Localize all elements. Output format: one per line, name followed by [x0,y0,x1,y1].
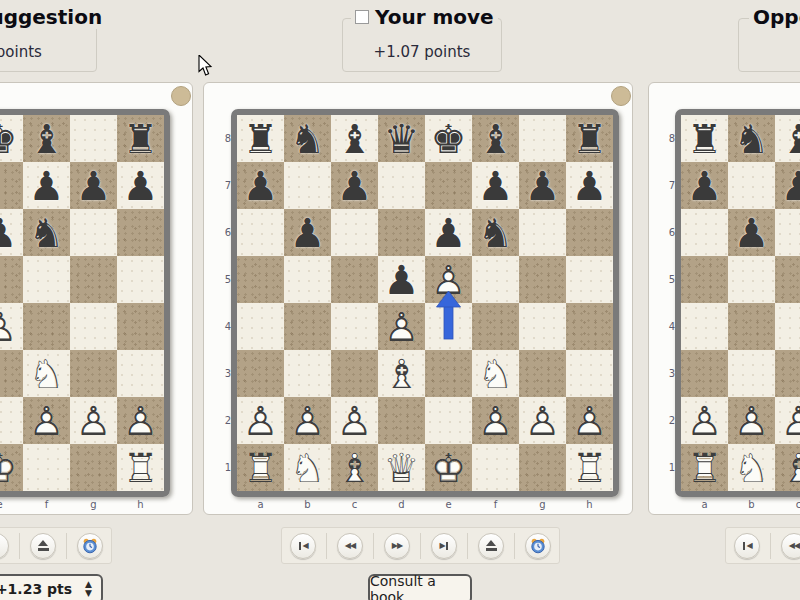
white-pawn-outline: ♙ [237,397,284,444]
square-d4[interactable]: ♟♙ [378,303,425,350]
square-e1[interactable]: ♚♔ [425,444,472,491]
black-knight: ♞ [472,209,519,256]
opponent-panel: 87654321 ♜♞♝♛♚♝♜♟♟♟♟♟♟♟♞♟♟♙♟♙♝♗♞♘♟♙♟♙♟♙♟… [648,82,800,515]
toolbar-separator [514,533,515,559]
square-e5[interactable]: ♟♙ [425,256,472,303]
square-c4[interactable] [775,303,800,350]
square-c3[interactable] [775,350,800,397]
rank-label-8: 8 [659,115,675,162]
white-pawn: ♟ [117,397,164,444]
black-pawn: ♟ [0,209,23,256]
square-c5[interactable] [331,256,378,303]
rank-label-1: 1 [659,444,675,491]
your-move-checkbox[interactable] [355,10,369,24]
square-g5[interactable] [70,256,117,303]
suggestion-points-spinner[interactable]: +1.23 pts ▲▼ [0,574,103,600]
square-h1[interactable]: ♜♖ [566,444,613,491]
black-rook: ♜ [681,115,728,162]
square-b8[interactable]: ♞ [728,115,775,162]
white-rook-outline: ♖ [237,444,284,491]
square-e2[interactable] [425,397,472,444]
white-king: ♚ [0,444,23,491]
square-h6[interactable] [566,209,613,256]
white-king-outline: ♔ [425,444,472,491]
square-c8[interactable]: ♝ [775,115,800,162]
square-b8[interactable]: ♞ [284,115,331,162]
square-b5[interactable] [728,256,775,303]
toolbar-separator [66,533,67,559]
square-h7[interactable]: ♟ [566,162,613,209]
square-e3[interactable] [0,350,23,397]
square-c5[interactable] [775,256,800,303]
square-h2[interactable]: ♟♙ [117,397,164,444]
black-knight: ♞ [284,115,331,162]
black-bishop: ♝ [775,115,800,162]
black-knight: ♞ [728,115,775,162]
rank-label-2: 2 [659,397,675,444]
white-pawn: ♟ [378,303,425,350]
square-a5[interactable] [237,256,284,303]
white-pawn-outline: ♙ [681,397,728,444]
white-bishop-outline: ♗ [378,350,425,397]
eject-button[interactable] [478,533,504,559]
file-label-g: g [70,499,117,513]
rewind-button[interactable]: ◀◀ [781,533,800,559]
square-c8[interactable]: ♝ [331,115,378,162]
file-label-b: b [728,499,775,513]
file-label-b: b [284,499,331,513]
square-b3[interactable] [284,350,331,397]
white-pawn: ♟ [23,397,70,444]
square-c1[interactable]: ♝♗ [331,444,378,491]
black-pawn: ♟ [472,162,519,209]
white-bishop-outline: ♗ [775,444,800,491]
black-queen: ♛ [378,115,425,162]
suggestion-panel: 87654321 ♜♞♝♛♚♝♜♟♟♟♟♟♟♟♞♟♟♙♟♙♝♗♞♘♟♙♟♙♟♙♟… [0,82,193,515]
square-h6[interactable] [117,209,164,256]
square-d3[interactable]: ♝♗ [378,350,425,397]
square-a1[interactable]: ♜♖ [237,444,284,491]
black-pawn: ♟ [775,162,800,209]
square-c6[interactable] [775,209,800,256]
square-e4[interactable] [425,303,472,350]
white-pawn-outline: ♙ [775,397,800,444]
skip-to-start-button[interactable]: ◀ [290,533,316,559]
file-label-h: h [117,499,164,513]
white-king: ♚ [425,444,472,491]
suggestion-legend: Suggestion [0,5,106,29]
file-label-a: a [237,499,284,513]
white-pawn-outline: ♙ [23,397,70,444]
spinner-arrows-icon[interactable]: ▲▼ [85,580,92,598]
square-g1[interactable] [70,444,117,491]
black-pawn: ♟ [519,162,566,209]
square-f3[interactable]: ♞♘ [472,350,519,397]
white-rook: ♜ [117,444,164,491]
your-move-fieldset: Your move +1.07 points [342,18,502,72]
skip-to-end-button[interactable]: ▶ [431,533,457,559]
square-a5[interactable] [681,256,728,303]
file-label-f: f [472,499,519,513]
square-f6[interactable]: ♞ [472,209,519,256]
white-pawn-outline: ♙ [331,397,378,444]
fast-forward-icon: ▶▶ [392,542,402,550]
file-label-a: a [681,499,728,513]
black-pawn: ♟ [23,162,70,209]
square-f2[interactable]: ♟♙ [23,397,70,444]
square-h2[interactable]: ♟♙ [566,397,613,444]
white-pawn: ♟ [775,397,800,444]
square-d2[interactable] [378,397,425,444]
square-a8[interactable]: ♜ [681,115,728,162]
rank-label-5: 5 [215,256,231,303]
square-a3[interactable] [237,350,284,397]
black-bishop: ♝ [331,115,378,162]
square-d7[interactable] [378,162,425,209]
alarm-clock-icon [530,538,546,554]
rank-label-6: 6 [659,209,675,256]
square-a4[interactable] [681,303,728,350]
square-g8[interactable] [70,115,117,162]
skip-to-end-button[interactable]: ▶ [0,533,9,559]
white-knight: ♞ [284,444,331,491]
square-f1[interactable] [472,444,519,491]
square-c2[interactable]: ♟♙ [775,397,800,444]
board-grid: ♜♞♝♛♚♝♜♟♟♟♟♟♟♟♞♟♟♙♟♙♝♗♞♘♟♙♟♙♟♙♟♙♟♙♟♙♜♖♞♘… [681,115,800,491]
square-e6[interactable]: ♟ [0,209,23,256]
square-a7[interactable]: ♟ [237,162,284,209]
square-e4[interactable]: ♟♙ [0,303,23,350]
white-pawn: ♟ [331,397,378,444]
your-move-panel: 87654321 ♜♞♝♛♚♝♜♟♟♟♟♟♟♟♞♟♟♙♟♙♝♗♞♘♟♙♟♙♟♙♟… [203,82,633,515]
timer-button[interactable] [77,533,103,559]
file-label-f: f [23,499,70,513]
black-pawn: ♟ [331,162,378,209]
black-bishop: ♝ [23,115,70,162]
rank-label-3: 3 [215,350,231,397]
square-f7[interactable]: ♟ [472,162,519,209]
black-rook: ♜ [566,115,613,162]
opponent-fieldset: Opponent [738,18,800,72]
player-indicator-circle [171,86,191,106]
your-move-legend: Your move [351,5,498,29]
white-pawn-outline: ♙ [70,397,117,444]
square-h3[interactable] [566,350,613,397]
square-e1[interactable]: ♚♔ [0,444,23,491]
white-pawn: ♟ [0,303,23,350]
rank-label-5: 5 [659,256,675,303]
square-h3[interactable] [117,350,164,397]
toolbar-separator [373,533,374,559]
black-pawn: ♟ [378,256,425,303]
square-g2[interactable]: ♟♙ [519,397,566,444]
skip-to-start-icon: ◀ [298,542,307,550]
file-labels: abcdefgh [0,499,164,513]
white-pawn-outline: ♙ [425,256,472,303]
consult-book-button[interactable]: Consult a book [368,574,472,600]
square-h4[interactable] [117,303,164,350]
square-h7[interactable]: ♟ [117,162,164,209]
square-e8[interactable]: ♚ [0,115,23,162]
toolbar-separator [770,533,771,559]
square-b2[interactable]: ♟♙ [284,397,331,444]
square-f6[interactable]: ♞ [23,209,70,256]
black-bishop: ♝ [472,115,519,162]
square-f3[interactable]: ♞♘ [23,350,70,397]
square-f4[interactable] [472,303,519,350]
toolbar-separator [326,533,327,559]
rank-label-8: 8 [215,115,231,162]
square-e7[interactable] [425,162,472,209]
black-pawn: ♟ [70,162,117,209]
black-pawn: ♟ [425,209,472,256]
square-g7[interactable]: ♟ [519,162,566,209]
white-pawn: ♟ [728,397,775,444]
square-e7[interactable] [0,162,23,209]
white-rook: ♜ [237,444,284,491]
square-e2[interactable] [0,397,23,444]
square-h5[interactable] [566,256,613,303]
white-knight: ♞ [23,350,70,397]
skip-to-end-icon: ▶ [0,542,1,550]
square-g3[interactable] [519,350,566,397]
rank-label-6: 6 [215,209,231,256]
white-pawn-outline: ♙ [519,397,566,444]
square-c7[interactable]: ♟ [331,162,378,209]
square-d6[interactable] [378,209,425,256]
fast-forward-button[interactable]: ▶▶ [384,533,410,559]
square-f8[interactable]: ♝ [472,115,519,162]
square-d1[interactable]: ♛♕ [378,444,425,491]
suggestion-title: Suggestion [0,5,102,29]
white-bishop-outline: ♗ [331,444,378,491]
white-pawn-outline: ♙ [728,397,775,444]
square-g7[interactable]: ♟ [70,162,117,209]
opponent-legend: Opponent [749,5,800,29]
square-a7[interactable]: ♟ [681,162,728,209]
square-f5[interactable] [472,256,519,303]
white-pawn-outline: ♙ [284,397,331,444]
white-pawn: ♟ [70,397,117,444]
rank-label-4: 4 [659,303,675,350]
square-f2[interactable]: ♟♙ [472,397,519,444]
black-pawn: ♟ [117,162,164,209]
file-label-c: c [775,499,800,513]
black-pawn: ♟ [728,209,775,256]
white-knight-outline: ♘ [23,350,70,397]
white-pawn-outline: ♙ [378,303,425,350]
black-king: ♚ [0,115,23,162]
white-knight-outline: ♘ [472,350,519,397]
rewind-button[interactable]: ◀◀ [337,533,363,559]
black-pawn: ♟ [284,209,331,256]
eject-icon [38,540,49,551]
square-h5[interactable] [117,256,164,303]
white-pawn: ♟ [237,397,284,444]
square-b6[interactable]: ♟ [284,209,331,256]
square-b5[interactable] [284,256,331,303]
black-pawn: ♟ [566,162,613,209]
black-rook: ♜ [117,115,164,162]
your-move-title: Your move [375,5,494,29]
timer-button[interactable] [525,533,551,559]
square-a2[interactable]: ♟♙ [237,397,284,444]
square-e8[interactable]: ♚ [425,115,472,162]
rank-label-3: 3 [659,350,675,397]
square-b7[interactable] [728,162,775,209]
white-pawn-outline: ♙ [566,397,613,444]
square-d8[interactable]: ♛ [378,115,425,162]
mouse-cursor-icon [198,55,214,78]
white-queen: ♛ [378,444,425,491]
rewind-icon: ◀◀ [345,542,355,550]
white-knight-outline: ♘ [728,444,775,491]
square-b6[interactable]: ♟ [728,209,775,256]
white-rook: ♜ [681,444,728,491]
file-label-d: d [378,499,425,513]
square-g1[interactable] [519,444,566,491]
square-a6[interactable] [681,209,728,256]
white-pawn-outline: ♙ [472,397,519,444]
alarm-clock-icon [82,538,98,554]
square-g5[interactable] [519,256,566,303]
square-a2[interactable]: ♟♙ [681,397,728,444]
opponent-chess-board[interactable]: 87654321 ♜♞♝♛♚♝♜♟♟♟♟♟♟♟♞♟♟♙♟♙♝♗♞♘♟♙♟♙♟♙♟… [675,109,800,497]
board-grid: ♜♞♝♛♚♝♜♟♟♟♟♟♟♟♞♟♟♙♟♙♝♗♞♘♟♙♟♙♟♙♟♙♟♙♟♙♜♖♞♘… [237,115,613,491]
white-bishop: ♝ [775,444,800,491]
square-c4[interactable] [331,303,378,350]
square-c6[interactable] [331,209,378,256]
white-knight: ♞ [728,444,775,491]
consult-book-label: Consult a book [370,573,470,600]
white-pawn: ♟ [472,397,519,444]
square-f8[interactable]: ♝ [23,115,70,162]
white-pawn: ♟ [681,397,728,444]
square-e5[interactable] [0,256,23,303]
square-d5[interactable]: ♟ [378,256,425,303]
white-pawn-outline: ♙ [0,303,23,350]
rank-labels: 87654321 [659,115,675,491]
opponent-playback-toolbar: ◀◀◀▶▶▶ [725,527,800,564]
square-g8[interactable] [519,115,566,162]
suggestion-playback-toolbar: ◀◀◀▶▶▶ [0,527,112,564]
your-move-playback-toolbar: ◀◀◀▶▶▶ [281,527,560,564]
square-h8[interactable]: ♜ [117,115,164,162]
rank-labels: 87654321 [215,115,231,491]
board-grid: ♜♞♝♛♚♝♜♟♟♟♟♟♟♟♞♟♟♙♟♙♝♗♞♘♟♙♟♙♟♙♟♙♟♙♟♙♜♖♞♘… [0,115,164,491]
toolbar-separator [467,533,468,559]
square-f1[interactable] [23,444,70,491]
square-c1[interactable]: ♝♗ [775,444,800,491]
file-label-e: e [425,499,472,513]
square-c3[interactable] [331,350,378,397]
toolbar-separator [19,533,20,559]
square-e6[interactable]: ♟ [425,209,472,256]
square-g2[interactable]: ♟♙ [70,397,117,444]
black-king: ♚ [425,115,472,162]
square-a8[interactable]: ♜ [237,115,284,162]
file-labels: abcdefgh [237,499,613,513]
square-b7[interactable] [284,162,331,209]
suggestion-chess-board[interactable]: 87654321 ♜♞♝♛♚♝♜♟♟♟♟♟♟♟♞♟♟♙♟♙♝♗♞♘♟♙♟♙♟♙♟… [0,109,170,497]
square-h8[interactable]: ♜ [566,115,613,162]
your-move-chess-board[interactable]: 87654321 ♜♞♝♛♚♝♜♟♟♟♟♟♟♟♞♟♟♙♟♙♝♗♞♘♟♙♟♙♟♙♟… [231,109,619,497]
square-b2[interactable]: ♟♙ [728,397,775,444]
rewind-icon: ◀◀ [789,542,799,550]
rank-label-7: 7 [215,162,231,209]
square-e3[interactable] [425,350,472,397]
rank-label-1: 1 [215,444,231,491]
square-c7[interactable]: ♟ [775,162,800,209]
eject-button[interactable] [30,533,56,559]
black-rook: ♜ [237,115,284,162]
toolbar-separator [420,533,421,559]
black-pawn: ♟ [237,162,284,209]
square-g6[interactable] [70,209,117,256]
square-a1[interactable]: ♜♖ [681,444,728,491]
suggestion-points: +1.23 points [0,43,96,61]
suggestion-fieldset: Suggestion +1.23 points [0,18,97,72]
square-b4[interactable] [284,303,331,350]
skip-to-start-icon: ◀ [742,542,751,550]
square-c2[interactable]: ♟♙ [331,397,378,444]
square-g6[interactable] [519,209,566,256]
square-b3[interactable] [728,350,775,397]
square-a4[interactable] [237,303,284,350]
square-b1[interactable]: ♞♘ [728,444,775,491]
skip-to-end-icon: ▶ [439,542,448,550]
white-pawn: ♟ [519,397,566,444]
square-g4[interactable] [519,303,566,350]
file-label-g: g [519,499,566,513]
square-g3[interactable] [70,350,117,397]
square-b4[interactable] [728,303,775,350]
square-h4[interactable] [566,303,613,350]
file-label-c: c [331,499,378,513]
square-a6[interactable] [237,209,284,256]
opponent-title: Opponent [753,5,800,29]
white-rook-outline: ♖ [566,444,613,491]
square-g4[interactable] [70,303,117,350]
file-label-e: e [0,499,23,513]
square-h1[interactable]: ♜♖ [117,444,164,491]
player-indicator-circle [611,86,631,106]
square-a3[interactable] [681,350,728,397]
white-knight-outline: ♘ [284,444,331,491]
your-move-points: +1.07 points [343,43,501,61]
white-rook-outline: ♖ [681,444,728,491]
skip-to-start-button[interactable]: ◀ [734,533,760,559]
white-king-outline: ♔ [0,444,23,491]
spinner-value: +1.23 pts [0,581,72,597]
white-queen-outline: ♕ [378,444,425,491]
square-f4[interactable] [23,303,70,350]
white-knight: ♞ [472,350,519,397]
white-rook: ♜ [566,444,613,491]
file-labels: abcdefgh [681,499,800,513]
square-f7[interactable]: ♟ [23,162,70,209]
square-b1[interactable]: ♞♘ [284,444,331,491]
white-pawn-outline: ♙ [117,397,164,444]
white-rook-outline: ♖ [117,444,164,491]
square-f5[interactable] [23,256,70,303]
black-knight: ♞ [23,209,70,256]
rank-label-7: 7 [659,162,675,209]
eject-icon [486,540,497,551]
black-pawn: ♟ [681,162,728,209]
white-pawn: ♟ [566,397,613,444]
file-label-h: h [566,499,613,513]
